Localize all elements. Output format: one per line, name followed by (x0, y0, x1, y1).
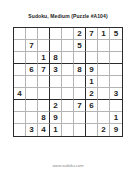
cell-r3c4[interactable]: 8 (50, 52, 62, 64)
cell-r2c4[interactable] (50, 40, 62, 52)
cell-r8c7[interactable] (86, 112, 98, 124)
cell-r1c4[interactable] (50, 28, 62, 40)
cell-r5c6[interactable] (74, 76, 86, 88)
cell-r9c3[interactable]: 4 (38, 124, 50, 136)
cell-r6c1[interactable]: 4 (14, 88, 26, 100)
cell-r8c8[interactable] (98, 112, 110, 124)
cell-r1c9[interactable]: 5 (110, 28, 122, 40)
cell-r2c3[interactable] (38, 40, 50, 52)
cell-r7c5[interactable] (62, 100, 74, 112)
cell-r2c7[interactable] (86, 40, 98, 52)
cell-r3c5[interactable] (62, 52, 74, 64)
cell-r1c6[interactable]: 2 (74, 28, 86, 40)
cell-r6c5[interactable] (62, 88, 74, 100)
cell-r1c7[interactable]: 7 (86, 28, 98, 40)
cell-r4c1[interactable] (14, 64, 26, 76)
cell-r6c2[interactable] (26, 88, 38, 100)
cell-r2c2[interactable]: 7 (26, 40, 38, 52)
cell-r3c8[interactable] (98, 52, 110, 64)
cell-r8c4[interactable]: 9 (50, 112, 62, 124)
cell-r1c3[interactable] (38, 28, 50, 40)
cell-r5c9[interactable] (110, 76, 122, 88)
cell-r1c1[interactable] (14, 28, 26, 40)
cell-r4c9[interactable] (110, 64, 122, 76)
cell-r9c1[interactable] (14, 124, 26, 136)
printable-sudoku-page: Sudoku, Medium (Puzzle #A104) 2715751867… (0, 0, 136, 176)
cell-r9c4[interactable]: 1 (50, 124, 62, 136)
cell-r4c7[interactable]: 9 (86, 64, 98, 76)
cell-r9c2[interactable]: 3 (26, 124, 38, 136)
cell-r2c6[interactable]: 5 (74, 40, 86, 52)
cell-r7c3[interactable] (38, 100, 50, 112)
cell-r5c7[interactable]: 1 (86, 76, 98, 88)
cell-r5c4[interactable] (50, 76, 62, 88)
cell-r7c2[interactable] (26, 100, 38, 112)
cell-r8c9[interactable]: 1 (110, 112, 122, 124)
cell-r5c8[interactable] (98, 76, 110, 88)
cell-r7c4[interactable]: 2 (50, 100, 62, 112)
cell-r7c1[interactable] (14, 100, 26, 112)
cell-r7c9[interactable] (110, 100, 122, 112)
cell-r3c1[interactable] (14, 52, 26, 64)
cell-r2c1[interactable] (14, 40, 26, 52)
cell-r1c8[interactable]: 1 (98, 28, 110, 40)
page-title: Sudoku, Medium (Puzzle #A104) (0, 13, 136, 19)
cell-r7c7[interactable]: 6 (86, 100, 98, 112)
cell-r6c4[interactable] (50, 88, 62, 100)
cell-r3c2[interactable] (26, 52, 38, 64)
cell-r5c1[interactable] (14, 76, 26, 88)
cell-r2c5[interactable] (62, 40, 74, 52)
cell-r8c3[interactable]: 8 (38, 112, 50, 124)
cell-r9c9[interactable]: 9 (110, 124, 122, 136)
cell-r3c7[interactable] (86, 52, 98, 64)
cell-r4c3[interactable]: 7 (38, 64, 50, 76)
cell-r4c8[interactable] (98, 64, 110, 76)
cell-r8c1[interactable] (14, 112, 26, 124)
cell-r4c4[interactable]: 3 (50, 64, 62, 76)
cell-r5c3[interactable] (38, 76, 50, 88)
cell-r8c6[interactable] (74, 112, 86, 124)
footer-credit: www.sudoku.com (0, 163, 136, 168)
cell-r4c2[interactable]: 6 (26, 64, 38, 76)
cell-r8c2[interactable] (26, 112, 38, 124)
cell-r3c6[interactable] (74, 52, 86, 64)
cell-r9c8[interactable]: 2 (98, 124, 110, 136)
cell-r2c8[interactable] (98, 40, 110, 52)
cell-r4c5[interactable] (62, 64, 74, 76)
cell-r6c3[interactable] (38, 88, 50, 100)
cell-r6c8[interactable] (98, 88, 110, 100)
cell-r4c6[interactable]: 8 (74, 64, 86, 76)
cell-r8c5[interactable] (62, 112, 74, 124)
cell-r5c2[interactable] (26, 76, 38, 88)
cell-r2c9[interactable] (110, 40, 122, 52)
cell-r1c2[interactable] (26, 28, 38, 40)
cell-r9c7[interactable] (86, 124, 98, 136)
cell-r9c5[interactable] (62, 124, 74, 136)
cell-r1c5[interactable] (62, 28, 74, 40)
cell-r5c5[interactable] (62, 76, 74, 88)
cell-r3c9[interactable] (110, 52, 122, 64)
cell-r7c8[interactable] (98, 100, 110, 112)
cell-r9c6[interactable] (74, 124, 86, 136)
cell-r3c3[interactable]: 1 (38, 52, 50, 64)
cell-r6c6[interactable] (74, 88, 86, 100)
cell-r7c6[interactable]: 7 (74, 100, 86, 112)
sudoku-grid: 2715751867389142327689134129 (13, 27, 123, 137)
cell-r6c7[interactable]: 2 (86, 88, 98, 100)
cell-r6c9[interactable]: 3 (110, 88, 122, 100)
